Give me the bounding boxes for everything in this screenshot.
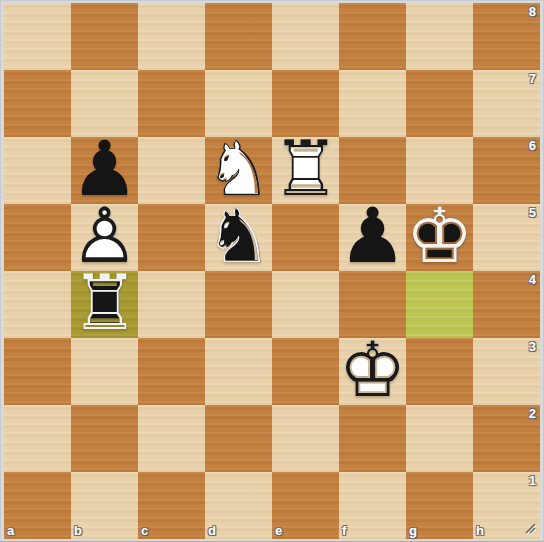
file-label-g: g bbox=[409, 523, 417, 538]
file-label-b: b bbox=[74, 523, 82, 538]
square-b8[interactable] bbox=[71, 3, 138, 70]
square-c5[interactable] bbox=[138, 204, 205, 271]
black-pawn-f5[interactable]: ♟ bbox=[339, 204, 406, 271]
square-g4[interactable] bbox=[406, 271, 473, 338]
square-d1[interactable]: d bbox=[205, 472, 272, 539]
square-h3[interactable]: 3 bbox=[473, 338, 540, 405]
square-b3[interactable] bbox=[71, 338, 138, 405]
square-e6[interactable]: ♜♖ bbox=[272, 137, 339, 204]
rank-label-5: 5 bbox=[529, 205, 536, 220]
square-f8[interactable] bbox=[339, 3, 406, 70]
square-f3[interactable]: ♚♔ bbox=[339, 338, 406, 405]
square-a1[interactable]: a bbox=[4, 472, 71, 539]
square-a3[interactable] bbox=[4, 338, 71, 405]
square-h5[interactable]: 5 bbox=[473, 204, 540, 271]
square-c3[interactable] bbox=[138, 338, 205, 405]
file-label-f: f bbox=[342, 523, 346, 538]
square-c6[interactable] bbox=[138, 137, 205, 204]
file-label-a: a bbox=[7, 523, 14, 538]
square-f7[interactable] bbox=[339, 70, 406, 137]
rank-label-2: 2 bbox=[529, 406, 536, 421]
square-g5[interactable]: ♚♔ bbox=[406, 204, 473, 271]
square-d5[interactable]: ♞♘ bbox=[205, 204, 272, 271]
square-c2[interactable] bbox=[138, 405, 205, 472]
white-king-f3[interactable]: ♚♔ bbox=[339, 338, 406, 405]
square-a2[interactable] bbox=[4, 405, 71, 472]
square-a5[interactable] bbox=[4, 204, 71, 271]
square-a8[interactable] bbox=[4, 3, 71, 70]
square-e1[interactable]: e bbox=[272, 472, 339, 539]
square-e5[interactable] bbox=[272, 204, 339, 271]
square-e8[interactable] bbox=[272, 3, 339, 70]
rank-label-3: 3 bbox=[529, 339, 536, 354]
square-g3[interactable] bbox=[406, 338, 473, 405]
square-b1[interactable]: b bbox=[71, 472, 138, 539]
black-knight-d5[interactable]: ♞♘ bbox=[205, 204, 272, 271]
black-king-outline: ♔ bbox=[406, 202, 473, 269]
square-a4[interactable] bbox=[4, 271, 71, 338]
black-pawn-glyph: ♟ bbox=[339, 202, 406, 269]
black-knight-outline: ♘ bbox=[205, 202, 272, 269]
rank-label-7: 7 bbox=[529, 71, 536, 86]
square-h6[interactable]: 6 bbox=[473, 137, 540, 204]
square-g2[interactable] bbox=[406, 405, 473, 472]
square-h8[interactable]: 8 bbox=[473, 3, 540, 70]
rank-label-4: 4 bbox=[529, 272, 536, 287]
rank-label-1: 1 bbox=[529, 473, 536, 488]
square-d8[interactable] bbox=[205, 3, 272, 70]
chess-board: 87♟♞♘♜♖6♟♙♞♘♟♚♔5♜♖4♚♔32abcdefgh1 bbox=[4, 3, 540, 539]
file-label-e: e bbox=[275, 523, 282, 538]
rank-label-6: 6 bbox=[529, 138, 536, 153]
square-d2[interactable] bbox=[205, 405, 272, 472]
square-h7[interactable]: 7 bbox=[473, 70, 540, 137]
square-f2[interactable] bbox=[339, 405, 406, 472]
white-king-outline: ♔ bbox=[339, 336, 406, 403]
square-d4[interactable] bbox=[205, 271, 272, 338]
square-g8[interactable] bbox=[406, 3, 473, 70]
rank-label-8: 8 bbox=[529, 4, 536, 19]
white-rook-e6[interactable]: ♜♖ bbox=[272, 137, 339, 204]
file-label-c: c bbox=[141, 523, 148, 538]
square-a7[interactable] bbox=[4, 70, 71, 137]
white-rook-outline: ♖ bbox=[272, 135, 339, 202]
square-e3[interactable] bbox=[272, 338, 339, 405]
board-frame: 87♟♞♘♜♖6♟♙♞♘♟♚♔5♜♖4♚♔32abcdefgh1 bbox=[0, 0, 544, 542]
square-g7[interactable] bbox=[406, 70, 473, 137]
square-d3[interactable] bbox=[205, 338, 272, 405]
square-c7[interactable] bbox=[138, 70, 205, 137]
black-rook-outline: ♖ bbox=[71, 269, 138, 336]
square-e2[interactable] bbox=[272, 405, 339, 472]
square-g1[interactable]: g bbox=[406, 472, 473, 539]
square-a6[interactable] bbox=[4, 137, 71, 204]
resize-handle-icon[interactable] bbox=[523, 521, 537, 535]
square-h4[interactable]: 4 bbox=[473, 271, 540, 338]
square-f5[interactable]: ♟ bbox=[339, 204, 406, 271]
square-e4[interactable] bbox=[272, 271, 339, 338]
file-label-d: d bbox=[208, 523, 216, 538]
square-b4[interactable]: ♜♖ bbox=[71, 271, 138, 338]
square-c4[interactable] bbox=[138, 271, 205, 338]
file-label-h: h bbox=[476, 523, 484, 538]
square-b2[interactable] bbox=[71, 405, 138, 472]
square-c8[interactable] bbox=[138, 3, 205, 70]
black-king-g5[interactable]: ♚♔ bbox=[406, 204, 473, 271]
black-rook-b4[interactable]: ♜♖ bbox=[71, 271, 138, 338]
square-h2[interactable]: 2 bbox=[473, 405, 540, 472]
square-c1[interactable]: c bbox=[138, 472, 205, 539]
square-f1[interactable]: f bbox=[339, 472, 406, 539]
